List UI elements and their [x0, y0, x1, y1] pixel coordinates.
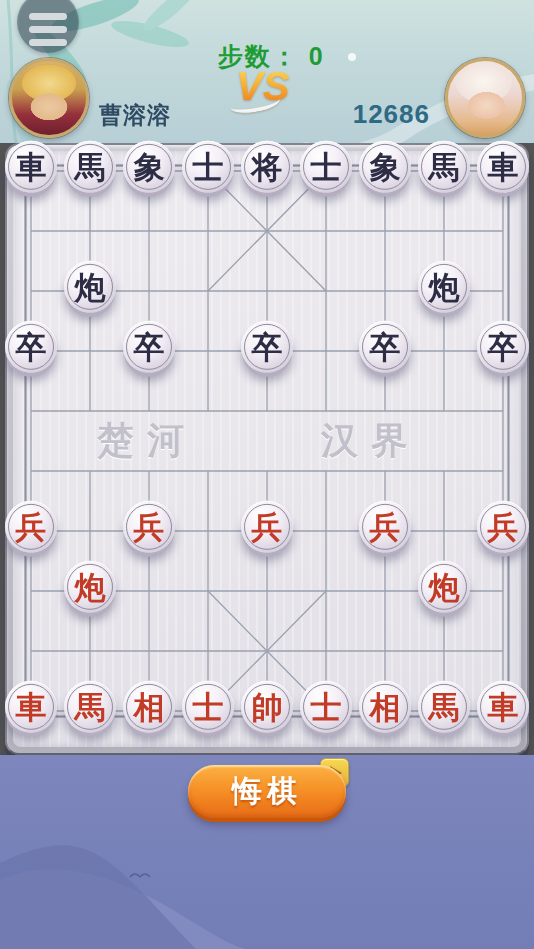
right-player-score: 12686 [353, 99, 430, 130]
piece-black-rook[interactable]: 車 [5, 141, 57, 193]
piece-black-horse[interactable]: 馬 [64, 141, 116, 193]
piece-glyph: 馬 [418, 141, 470, 193]
piece-glyph: 車 [5, 681, 57, 733]
piece-black-rook[interactable]: 車 [477, 141, 529, 193]
piece-red-elephant[interactable]: 相 [123, 681, 175, 733]
piece-glyph: 車 [5, 141, 57, 193]
piece-red-horse[interactable]: 馬 [418, 681, 470, 733]
board-field: 楚河 汉界 車馬象士将士象馬車炮炮卒卒卒卒卒兵兵兵兵兵炮炮車馬相士帥士相馬車 [13, 151, 521, 747]
piece-black-soldier[interactable]: 卒 [5, 321, 57, 373]
piece-red-advisor[interactable]: 士 [182, 681, 234, 733]
piece-glyph: 兵 [241, 501, 293, 553]
piece-glyph: 炮 [64, 561, 116, 613]
piece-red-rook[interactable]: 車 [477, 681, 529, 733]
piece-glyph: 卒 [5, 321, 57, 373]
piece-red-cannon[interactable]: 炮 [418, 561, 470, 613]
bottom-area: 悔棋 [0, 755, 534, 949]
piece-black-horse[interactable]: 馬 [418, 141, 470, 193]
piece-glyph: 相 [123, 681, 175, 733]
piece-black-general[interactable]: 将 [241, 141, 293, 193]
piece-black-advisor[interactable]: 士 [300, 141, 352, 193]
xiangqi-board[interactable]: 楚河 汉界 車馬象士将士象馬車炮炮卒卒卒卒卒兵兵兵兵兵炮炮車馬相士帥士相馬車 [5, 143, 529, 755]
hamburger-icon [29, 13, 67, 20]
piece-glyph: 兵 [5, 501, 57, 553]
pieces-layer: 車馬象士将士象馬車炮炮卒卒卒卒卒兵兵兵兵兵炮炮車馬相士帥士相馬車 [13, 151, 521, 747]
piece-red-soldier[interactable]: 兵 [477, 501, 529, 553]
right-player-avatar[interactable] [445, 58, 525, 138]
piece-black-cannon[interactable]: 炮 [418, 261, 470, 313]
piece-black-elephant[interactable]: 象 [359, 141, 411, 193]
undo-button[interactable]: 悔棋 [188, 765, 346, 818]
piece-glyph: 炮 [418, 561, 470, 613]
piece-black-soldier[interactable]: 卒 [241, 321, 293, 373]
piece-red-horse[interactable]: 馬 [64, 681, 116, 733]
piece-glyph: 馬 [64, 681, 116, 733]
piece-red-soldier[interactable]: 兵 [241, 501, 293, 553]
piece-glyph: 卒 [123, 321, 175, 373]
piece-glyph: 象 [123, 141, 175, 193]
piece-red-soldier[interactable]: 兵 [359, 501, 411, 553]
piece-red-soldier[interactable]: 兵 [5, 501, 57, 553]
piece-glyph: 馬 [64, 141, 116, 193]
piece-glyph: 士 [300, 681, 352, 733]
piece-red-general[interactable]: 帥 [241, 681, 293, 733]
piece-glyph: 兵 [359, 501, 411, 553]
piece-glyph: 相 [359, 681, 411, 733]
piece-red-soldier[interactable]: 兵 [123, 501, 175, 553]
vs-badge: VS [236, 66, 289, 106]
piece-glyph: 車 [477, 141, 529, 193]
piece-black-cannon[interactable]: 炮 [64, 261, 116, 313]
piece-glyph: 帥 [241, 681, 293, 733]
piece-glyph: 士 [182, 681, 234, 733]
menu-button[interactable] [17, 0, 79, 53]
move-counter-value: 0 [309, 42, 325, 70]
piece-glyph: 士 [182, 141, 234, 193]
piece-red-cannon[interactable]: 炮 [64, 561, 116, 613]
piece-glyph: 卒 [477, 321, 529, 373]
piece-red-rook[interactable]: 車 [5, 681, 57, 733]
xiangqi-game-screen: 曹溶溶 步数：0 VS 12686 [0, 0, 534, 949]
piece-black-advisor[interactable]: 士 [182, 141, 234, 193]
piece-glyph: 馬 [418, 681, 470, 733]
undo-button-label: 悔棋 [232, 771, 302, 812]
piece-red-elephant[interactable]: 相 [359, 681, 411, 733]
piece-glyph: 兵 [123, 501, 175, 553]
left-player-name: 曹溶溶 [99, 100, 171, 131]
piece-glyph: 士 [300, 141, 352, 193]
piece-black-soldier[interactable]: 卒 [359, 321, 411, 373]
left-player-avatar[interactable] [9, 58, 89, 138]
piece-glyph: 炮 [64, 261, 116, 313]
piece-glyph: 卒 [359, 321, 411, 373]
top-hud-area: 曹溶溶 步数：0 VS 12686 [0, 0, 534, 143]
piece-black-elephant[interactable]: 象 [123, 141, 175, 193]
piece-black-soldier[interactable]: 卒 [123, 321, 175, 373]
piece-black-soldier[interactable]: 卒 [477, 321, 529, 373]
piece-glyph: 兵 [477, 501, 529, 553]
bird-decoration [130, 874, 150, 877]
piece-glyph: 卒 [241, 321, 293, 373]
piece-glyph: 車 [477, 681, 529, 733]
piece-red-advisor[interactable]: 士 [300, 681, 352, 733]
piece-glyph: 将 [241, 141, 293, 193]
piece-glyph: 象 [359, 141, 411, 193]
piece-glyph: 炮 [418, 261, 470, 313]
